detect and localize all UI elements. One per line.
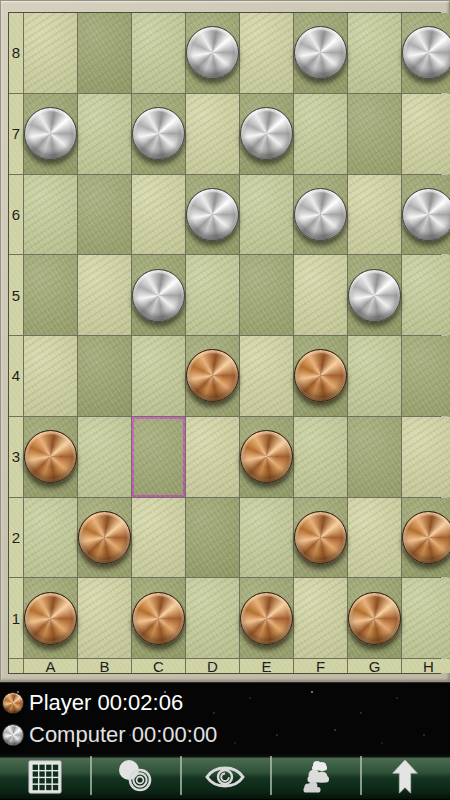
- file-label-b: B: [78, 659, 131, 673]
- white-piece-icon: [2, 724, 24, 746]
- checkers-app-screen: 87654321ABCDEFGH Player 00:02:06 Compute…: [0, 0, 450, 800]
- rank-label-6: 6: [9, 175, 23, 255]
- square-c8[interactable]: [132, 13, 185, 93]
- square-b5[interactable]: [78, 255, 131, 335]
- file-label-h: H: [402, 659, 450, 673]
- square-f5[interactable]: [294, 255, 347, 335]
- square-c6[interactable]: [132, 175, 185, 255]
- square-a2[interactable]: [24, 498, 77, 578]
- square-g8[interactable]: [348, 13, 401, 93]
- white-man-g5[interactable]: [348, 269, 401, 322]
- bronze-man-d4[interactable]: [186, 349, 239, 402]
- file-label-d: D: [186, 659, 239, 673]
- square-e1[interactable]: [240, 578, 293, 658]
- player-clock-row: Player 00:02:06: [2, 687, 450, 719]
- show-move-button[interactable]: [180, 754, 270, 800]
- square-d3[interactable]: [186, 417, 239, 497]
- file-label-f: F: [294, 659, 347, 673]
- player-time: 00:02:06: [97, 690, 183, 715]
- square-e2[interactable]: [240, 498, 293, 578]
- player-clock-label: Player 00:02:06: [29, 692, 183, 714]
- square-f7[interactable]: [294, 94, 347, 174]
- square-h7[interactable]: [402, 94, 450, 174]
- file-label-g: G: [348, 659, 401, 673]
- corner-label: [9, 659, 23, 673]
- square-d2[interactable]: [186, 498, 239, 578]
- square-h1[interactable]: [402, 578, 450, 658]
- square-a3[interactable]: [24, 417, 77, 497]
- square-b8[interactable]: [78, 13, 131, 93]
- rank-label-1: 1: [9, 578, 23, 658]
- square-h4[interactable]: [402, 336, 450, 416]
- computer-label: Computer: [29, 722, 126, 747]
- bronze-man-c1[interactable]: [132, 592, 185, 645]
- bronze-man-b2[interactable]: [78, 511, 131, 564]
- pieces-button[interactable]: [90, 754, 180, 800]
- square-a7[interactable]: [24, 94, 77, 174]
- board-frame: 87654321ABCDEFGH: [0, 0, 450, 682]
- bronze-man-e3[interactable]: [240, 430, 293, 483]
- square-c7[interactable]: [132, 94, 185, 174]
- rank-label-7: 7: [9, 94, 23, 174]
- square-b4[interactable]: [78, 336, 131, 416]
- rank-label-2: 2: [9, 498, 23, 578]
- player-label: Player: [29, 690, 91, 715]
- white-man-d6[interactable]: [186, 188, 239, 241]
- square-d7[interactable]: [186, 94, 239, 174]
- square-c4[interactable]: [132, 336, 185, 416]
- white-man-a7[interactable]: [24, 107, 77, 160]
- square-f8[interactable]: [294, 13, 347, 93]
- white-man-h6[interactable]: [402, 188, 450, 241]
- bronze-man-f4[interactable]: [294, 349, 347, 402]
- file-label-a: A: [24, 659, 77, 673]
- bronze-piece-icon: [2, 692, 24, 714]
- toolbar: [0, 754, 450, 800]
- white-man-d8[interactable]: [186, 26, 239, 79]
- square-d8[interactable]: [186, 13, 239, 93]
- square-c3[interactable]: [132, 417, 185, 497]
- square-c5[interactable]: [132, 255, 185, 335]
- rank-label-8: 8: [9, 13, 23, 93]
- bronze-man-a1[interactable]: [24, 592, 77, 645]
- square-g5[interactable]: [348, 255, 401, 335]
- bronze-man-a3[interactable]: [24, 430, 77, 483]
- square-a6[interactable]: [24, 175, 77, 255]
- square-b6[interactable]: [78, 175, 131, 255]
- square-h8[interactable]: [402, 13, 450, 93]
- white-man-f6[interactable]: [294, 188, 347, 241]
- square-b7[interactable]: [78, 94, 131, 174]
- square-g2[interactable]: [348, 498, 401, 578]
- white-man-f8[interactable]: [294, 26, 347, 79]
- square-f2[interactable]: [294, 498, 347, 578]
- square-b1[interactable]: [78, 578, 131, 658]
- square-f3[interactable]: [294, 417, 347, 497]
- bronze-man-h2[interactable]: [402, 511, 450, 564]
- board-grid-icon: [26, 758, 64, 796]
- square-f6[interactable]: [294, 175, 347, 255]
- white-man-e7[interactable]: [240, 107, 293, 160]
- scenery-button[interactable]: [270, 754, 360, 800]
- square-b2[interactable]: [78, 498, 131, 578]
- square-e6[interactable]: [240, 175, 293, 255]
- white-man-c7[interactable]: [132, 107, 185, 160]
- square-g1[interactable]: [348, 578, 401, 658]
- rank-label-4: 4: [9, 336, 23, 416]
- eye-icon: [204, 760, 246, 794]
- square-d6[interactable]: [186, 175, 239, 255]
- status-bar: Player 00:02:06 Computer 00:00:00: [0, 682, 450, 754]
- square-d5[interactable]: [186, 255, 239, 335]
- square-f4[interactable]: [294, 336, 347, 416]
- new-game-button[interactable]: [0, 754, 90, 800]
- square-h2[interactable]: [402, 498, 450, 578]
- square-h3[interactable]: [402, 417, 450, 497]
- clouds-icon: [295, 757, 335, 797]
- rank-label-5: 5: [9, 255, 23, 335]
- square-h5[interactable]: [402, 255, 450, 335]
- board-grid: 87654321ABCDEFGH: [8, 12, 441, 674]
- bronze-man-f2[interactable]: [294, 511, 347, 564]
- rank-label-3: 3: [9, 417, 23, 497]
- arrow-up-icon: [386, 757, 424, 797]
- square-e5[interactable]: [240, 255, 293, 335]
- square-h6[interactable]: [402, 175, 450, 255]
- square-d4[interactable]: [186, 336, 239, 416]
- square-d1[interactable]: [186, 578, 239, 658]
- promote-button[interactable]: [360, 754, 450, 800]
- square-a1[interactable]: [24, 578, 77, 658]
- pieces-icon: [115, 757, 155, 797]
- square-f1[interactable]: [294, 578, 347, 658]
- square-g4[interactable]: [348, 336, 401, 416]
- square-e8[interactable]: [240, 13, 293, 93]
- file-label-c: C: [132, 659, 185, 673]
- white-man-c5[interactable]: [132, 269, 185, 322]
- square-g6[interactable]: [348, 175, 401, 255]
- square-b3[interactable]: [78, 417, 131, 497]
- file-label-e: E: [240, 659, 293, 673]
- square-a5[interactable]: [24, 255, 77, 335]
- square-e4[interactable]: [240, 336, 293, 416]
- bronze-man-g1[interactable]: [348, 592, 401, 645]
- square-e7[interactable]: [240, 94, 293, 174]
- square-e3[interactable]: [240, 417, 293, 497]
- computer-clock-row: Computer 00:00:00: [2, 719, 450, 751]
- square-a4[interactable]: [24, 336, 77, 416]
- square-c1[interactable]: [132, 578, 185, 658]
- computer-clock-label: Computer 00:00:00: [29, 724, 217, 746]
- square-c2[interactable]: [132, 498, 185, 578]
- computer-time: 00:00:00: [132, 722, 218, 747]
- bronze-man-e1[interactable]: [240, 592, 293, 645]
- white-man-h8[interactable]: [402, 26, 450, 79]
- square-a8[interactable]: [24, 13, 77, 93]
- square-g3[interactable]: [348, 417, 401, 497]
- square-g7[interactable]: [348, 94, 401, 174]
